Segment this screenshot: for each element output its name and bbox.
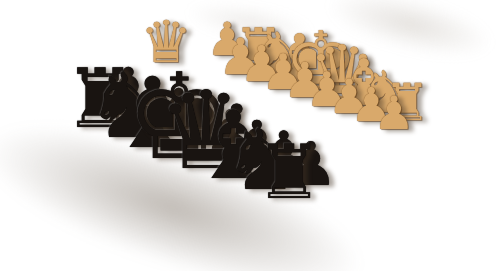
square-c6 [255, 142, 301, 163]
square-f5 [203, 106, 248, 124]
square-g4 [202, 89, 245, 106]
piece-black-pawn-h7: ♟ [99, 61, 158, 127]
piece-white-pawn-c2: ♟ [328, 73, 371, 120]
square-e1 [303, 82, 340, 97]
square-c2 [330, 105, 367, 121]
square-f2 [264, 82, 303, 97]
square-h3 [200, 74, 242, 89]
piece-black-knight-g8: ♞ [86, 62, 167, 152]
board-floor-shadow [0, 104, 380, 271]
square-d2 [308, 97, 346, 113]
square-f3 [245, 89, 286, 105]
piece-black-pawn-b7: ♟ [256, 123, 311, 184]
square-g3 [223, 81, 264, 97]
square-g5 [179, 97, 225, 115]
piece-black-rook-h8: ♜ [63, 59, 136, 141]
square-b5 [301, 140, 344, 160]
square-e5 [227, 114, 272, 133]
piece-white-pawn-b2: ♟ [350, 81, 392, 128]
square-f1 [281, 75, 318, 89]
square-a6 [308, 161, 353, 183]
square-h4 [179, 81, 223, 97]
square-h7 [102, 107, 154, 127]
square-a4 [344, 139, 384, 158]
square-d7 [206, 144, 256, 166]
square-e2 [286, 89, 324, 105]
square-c7 [232, 153, 281, 176]
piece-white-pawn-f2: ♟ [261, 48, 305, 97]
square-d6 [230, 133, 277, 153]
piece-white-pawn-e2: ♟ [283, 56, 327, 105]
square-h6 [130, 98, 179, 116]
square-a2 [376, 120, 412, 137]
square-f7 [153, 125, 204, 146]
piece-white-queen-spare: ♛ [140, 13, 192, 71]
square-g7 [128, 116, 179, 136]
square-d3 [290, 105, 330, 122]
piece-white-pawn-g2: ♟ [239, 40, 284, 90]
square-b2 [353, 112, 390, 129]
square-e6 [204, 124, 251, 144]
square-e4 [248, 105, 290, 123]
piece-white-bishop-c1: ♝ [335, 50, 393, 114]
square-d5 [252, 123, 296, 142]
chess-set-product-photo: ♜♞♝♛♚♝♞♜♟♟♟♟♟♟♟♟♟♟♟♟♟♟♟♟♜♞♝♛♚♝♞♜♛♟ [0, 0, 500, 271]
square-b4 [320, 130, 361, 149]
square-d4 [272, 114, 314, 132]
piece-black-pawn-g7: ♟ [124, 71, 183, 136]
square-h1 [239, 61, 277, 75]
square-h2 [221, 67, 261, 81]
square-f4 [225, 97, 268, 114]
square-e3 [268, 97, 308, 114]
piece-black-pawn-c7: ♟ [229, 112, 285, 174]
piece-black-pawn-e7: ♟ [176, 91, 233, 155]
background-shadow-streak [183, 0, 317, 51]
square-c5 [276, 132, 320, 152]
background-shadow-streak [321, 0, 499, 70]
piece-white-queen-d1: ♛ [309, 35, 375, 109]
square-b1 [368, 104, 403, 120]
piece-black-pawn-a7: ♟ [284, 134, 338, 194]
square-f6 [179, 115, 227, 134]
square-g2 [242, 74, 281, 89]
square-c4 [296, 122, 337, 140]
piece-white-pawn-d2: ♟ [305, 64, 348, 112]
square-h5 [155, 89, 201, 106]
square-a5 [327, 149, 369, 170]
square-a7 [287, 173, 335, 197]
square-e7 [179, 134, 229, 155]
square-c3 [314, 113, 353, 130]
square-b3 [337, 121, 376, 139]
square-a3 [361, 129, 399, 147]
piece-black-pawn-f7: ♟ [150, 81, 208, 146]
square-b6 [281, 151, 326, 173]
piece-white-knight-b1: ♞ [359, 64, 411, 122]
square-b7 [260, 163, 308, 186]
square-g6 [154, 106, 202, 125]
square-g1 [260, 68, 297, 82]
square-d1 [324, 89, 360, 104]
piece-white-rook-a1: ♜ [384, 77, 430, 128]
piece-white-pawn-a2: ♟ [373, 90, 414, 136]
piece-black-pawn-d7: ♟ [202, 102, 258, 165]
square-a1 [390, 112, 425, 128]
square-c1 [346, 97, 382, 113]
